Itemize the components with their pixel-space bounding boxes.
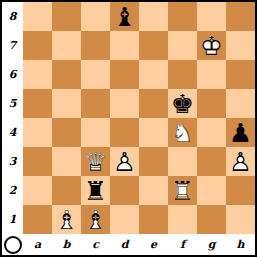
black-bishop-icon: ♝ <box>110 2 139 31</box>
square-c6[interactable] <box>81 60 110 89</box>
file-label-e: e <box>150 238 157 251</box>
black-king-icon: ♚ <box>168 89 197 118</box>
square-h4[interactable]: ♟ <box>226 118 255 147</box>
square-h3[interactable]: ♟♙ <box>226 147 255 176</box>
white-king-icon: ♚♔ <box>197 31 226 60</box>
square-c4[interactable] <box>81 118 110 147</box>
square-e1[interactable] <box>139 205 168 234</box>
square-d1[interactable] <box>110 205 139 234</box>
square-g8[interactable] <box>197 2 226 31</box>
file-label-f: f <box>180 238 185 251</box>
rank-label-5: 5 <box>9 97 17 110</box>
square-b1[interactable]: ♝♗ <box>52 205 81 234</box>
square-e6[interactable] <box>139 60 168 89</box>
square-c7[interactable] <box>81 31 110 60</box>
square-b3[interactable] <box>52 147 81 176</box>
square-a5[interactable] <box>23 89 52 118</box>
square-a6[interactable] <box>23 60 52 89</box>
white-queen-icon: ♛♕ <box>81 147 110 176</box>
square-h1[interactable] <box>226 205 255 234</box>
square-e3[interactable] <box>139 147 168 176</box>
square-d4[interactable] <box>110 118 139 147</box>
turn-indicator-corner <box>2 234 23 255</box>
square-b7[interactable] <box>52 31 81 60</box>
file-label-h: h <box>237 238 245 251</box>
square-a4[interactable] <box>23 118 52 147</box>
square-g7[interactable]: ♚♔ <box>197 31 226 60</box>
square-g4[interactable] <box>197 118 226 147</box>
square-a8[interactable] <box>23 2 52 31</box>
square-a1[interactable] <box>23 205 52 234</box>
square-g2[interactable] <box>197 176 226 205</box>
square-e2[interactable] <box>139 176 168 205</box>
square-f7[interactable] <box>168 31 197 60</box>
square-f6[interactable] <box>168 60 197 89</box>
file-label-b: b <box>63 238 71 251</box>
square-d8[interactable]: ♝ <box>110 2 139 31</box>
square-e8[interactable] <box>139 2 168 31</box>
square-h6[interactable] <box>226 60 255 89</box>
black-pawn-icon: ♟ <box>226 118 255 147</box>
white-pawn-icon: ♟♙ <box>226 147 255 176</box>
chess-board: ♝♚♔♚♞♘♟♛♕♟♙♟♙♜♜♖♝♗♝♗ <box>23 2 255 234</box>
square-h2[interactable] <box>226 176 255 205</box>
square-c1[interactable]: ♝♗ <box>81 205 110 234</box>
square-h5[interactable] <box>226 89 255 118</box>
square-d7[interactable] <box>110 31 139 60</box>
square-h7[interactable] <box>226 31 255 60</box>
square-a2[interactable] <box>23 176 52 205</box>
file-label-c: c <box>92 238 99 251</box>
square-e5[interactable] <box>139 89 168 118</box>
square-f1[interactable] <box>168 205 197 234</box>
square-e4[interactable] <box>139 118 168 147</box>
rank-label-7: 7 <box>9 39 17 52</box>
white-bishop-icon: ♝♗ <box>52 205 81 234</box>
file-labels: abcdefgh <box>23 234 255 255</box>
rank-label-3: 3 <box>9 155 17 168</box>
square-b6[interactable] <box>52 60 81 89</box>
rank-label-1: 1 <box>9 213 17 226</box>
square-f2[interactable]: ♜♖ <box>168 176 197 205</box>
square-b8[interactable] <box>52 2 81 31</box>
square-e7[interactable] <box>139 31 168 60</box>
square-c5[interactable] <box>81 89 110 118</box>
square-b4[interactable] <box>52 118 81 147</box>
white-pawn-icon: ♟♙ <box>110 147 139 176</box>
square-c8[interactable] <box>81 2 110 31</box>
square-f3[interactable] <box>168 147 197 176</box>
white-to-move-indicator-icon <box>4 236 22 254</box>
square-f8[interactable] <box>168 2 197 31</box>
square-f5[interactable]: ♚ <box>168 89 197 118</box>
file-label-d: d <box>121 238 129 251</box>
square-h8[interactable] <box>226 2 255 31</box>
square-g1[interactable] <box>197 205 226 234</box>
square-g5[interactable] <box>197 89 226 118</box>
square-d6[interactable] <box>110 60 139 89</box>
white-bishop-icon: ♝♗ <box>81 205 110 234</box>
square-a7[interactable] <box>23 31 52 60</box>
square-b5[interactable] <box>52 89 81 118</box>
file-label-a: a <box>34 238 41 251</box>
square-g3[interactable] <box>197 147 226 176</box>
rank-label-8: 8 <box>9 10 17 23</box>
rank-labels: 87654321 <box>2 2 23 234</box>
rank-label-2: 2 <box>9 184 17 197</box>
white-rook-icon: ♜♖ <box>168 176 197 205</box>
white-knight-icon: ♞♘ <box>168 118 197 147</box>
chess-diagram: 87654321 ♝♚♔♚♞♘♟♛♕♟♙♟♙♜♜♖♝♗♝♗ abcdefgh <box>0 0 257 257</box>
square-d5[interactable] <box>110 89 139 118</box>
square-a3[interactable] <box>23 147 52 176</box>
square-b2[interactable] <box>52 176 81 205</box>
square-c3[interactable]: ♛♕ <box>81 147 110 176</box>
square-d2[interactable] <box>110 176 139 205</box>
square-g6[interactable] <box>197 60 226 89</box>
square-c2[interactable]: ♜ <box>81 176 110 205</box>
rank-label-6: 6 <box>9 68 17 81</box>
rank-label-4: 4 <box>9 126 17 139</box>
black-rook-icon: ♜ <box>81 176 110 205</box>
square-f4[interactable]: ♞♘ <box>168 118 197 147</box>
file-label-g: g <box>208 238 216 251</box>
square-d3[interactable]: ♟♙ <box>110 147 139 176</box>
